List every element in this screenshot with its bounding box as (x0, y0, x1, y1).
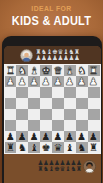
white-pawn: ♟ (30, 77, 39, 87)
square-a4[interactable] (88, 98, 100, 109)
chess-board[interactable]: ♜♞♝♚♛♝♞♜♟♟♟♟♟♟♟♟♟♟♟♟♟♟♟♟♜♞♝♚♛♝♞♜ (4, 64, 101, 154)
square-f8[interactable]: ♝ (28, 142, 40, 153)
opponent-bar: ♜♞♝♚♛♝♞♜♟♟♟♟♟♟♟♟ (4, 46, 101, 64)
square-g7[interactable]: ♟ (16, 131, 28, 142)
white-bishop: ♝ (65, 66, 74, 76)
square-c7[interactable]: ♟ (64, 131, 76, 142)
square-h6[interactable] (5, 120, 17, 131)
black-pawn: ♟ (6, 132, 15, 142)
square-e2[interactable]: ♟ (40, 76, 52, 87)
player-bar: ♟♟♟♟♟♟♟♟♜♞♝♚♛♝♞♜ (4, 154, 101, 183)
square-e8[interactable]: ♚ (40, 142, 52, 153)
square-f6[interactable] (28, 120, 40, 131)
square-c6[interactable] (64, 120, 76, 131)
square-f3[interactable] (28, 87, 40, 98)
white-tray-pawn-icon: ♟ (74, 55, 80, 61)
white-queen: ♛ (53, 66, 62, 76)
square-e5[interactable] (40, 109, 52, 120)
square-g3[interactable] (16, 87, 28, 98)
black-queen: ♛ (53, 143, 62, 153)
square-d8[interactable]: ♛ (52, 142, 64, 153)
square-b6[interactable] (76, 120, 88, 131)
square-h7[interactable]: ♟ (5, 131, 17, 142)
white-bishop: ♝ (30, 66, 39, 76)
square-f7[interactable]: ♟ (28, 131, 40, 142)
square-h2[interactable]: ♟ (5, 76, 17, 87)
square-a8[interactable]: ♜ (88, 142, 100, 153)
square-a3[interactable] (88, 87, 100, 98)
square-h4[interactable] (5, 98, 17, 109)
black-knight: ♞ (18, 143, 27, 153)
white-knight: ♞ (77, 66, 86, 76)
square-d2[interactable]: ♟ (52, 76, 64, 87)
black-rook: ♜ (89, 143, 98, 153)
white-piece-tray: ♜♞♝♚♛♝♞♜♟♟♟♟♟♟♟♟ (36, 49, 80, 61)
white-pawn: ♟ (89, 77, 98, 87)
square-g5[interactable] (16, 109, 28, 120)
square-c4[interactable] (64, 98, 76, 109)
square-f5[interactable] (28, 109, 40, 120)
square-e7[interactable]: ♟ (40, 131, 52, 142)
square-b7[interactable]: ♟ (76, 131, 88, 142)
square-e3[interactable] (40, 87, 52, 98)
square-a6[interactable] (88, 120, 100, 131)
square-g2[interactable]: ♟ (16, 76, 28, 87)
white-knight: ♞ (18, 66, 27, 76)
tagline-line1: IDEAL FOR (8, 4, 96, 13)
app-store-ad: IDEAL FOR KIDS & ADULT ♜♞♝♚♛♝♞♜♟♟♟♟♟♟♟♟ … (0, 0, 103, 183)
black-tray-rook-icon: ♜ (76, 166, 82, 172)
black-pawn: ♟ (42, 132, 51, 142)
white-pawn: ♟ (65, 77, 74, 87)
square-d7[interactable]: ♟ (52, 131, 64, 142)
headline: IDEAL FOR KIDS & ADULT (0, 4, 103, 28)
square-h3[interactable] (5, 87, 17, 98)
black-king: ♚ (42, 143, 51, 153)
square-g4[interactable] (16, 98, 28, 109)
square-a2[interactable]: ♟ (88, 76, 100, 87)
white-pawn: ♟ (77, 77, 86, 87)
black-rook: ♜ (6, 143, 15, 153)
square-g1[interactable]: ♞ (16, 65, 28, 76)
square-b5[interactable] (76, 109, 88, 120)
square-a5[interactable] (88, 109, 100, 120)
white-king: ♚ (42, 66, 51, 76)
square-b3[interactable] (76, 87, 88, 98)
black-piece-tray: ♟♟♟♟♟♟♟♟♜♞♝♚♛♝♞♜ (38, 160, 82, 172)
square-d6[interactable] (52, 120, 64, 131)
player-avatar[interactable] (83, 160, 96, 173)
square-h1[interactable]: ♜ (5, 65, 17, 76)
square-e1[interactable]: ♚ (40, 65, 52, 76)
square-e6[interactable] (40, 120, 52, 131)
white-pawn: ♟ (18, 77, 27, 87)
square-b2[interactable]: ♟ (76, 76, 88, 87)
black-pawn: ♟ (77, 132, 86, 142)
square-d4[interactable] (52, 98, 64, 109)
square-g8[interactable]: ♞ (16, 142, 28, 153)
square-e4[interactable] (40, 98, 52, 109)
square-c1[interactable]: ♝ (64, 65, 76, 76)
man-avatar-icon (83, 160, 96, 173)
square-c3[interactable] (64, 87, 76, 98)
elderly-man-avatar-icon (20, 49, 33, 62)
black-bishop: ♝ (30, 143, 39, 153)
square-b1[interactable]: ♞ (76, 65, 88, 76)
white-rook: ♜ (6, 66, 15, 76)
white-rook: ♜ (89, 66, 98, 76)
black-bishop: ♝ (65, 143, 74, 153)
square-a1[interactable]: ♜ (88, 65, 100, 76)
square-f2[interactable]: ♟ (28, 76, 40, 87)
white-pawn: ♟ (53, 77, 62, 87)
black-pawn: ♟ (53, 132, 62, 142)
opponent-avatar[interactable] (20, 49, 33, 62)
square-c5[interactable] (64, 109, 76, 120)
square-d1[interactable]: ♛ (52, 65, 64, 76)
black-knight: ♞ (77, 143, 86, 153)
square-g6[interactable] (16, 120, 28, 131)
white-pawn: ♟ (42, 77, 51, 87)
tagline-line2: KIDS & ADULT (6, 14, 97, 28)
chess-app-screen: ♜♞♝♚♛♝♞♜♟♟♟♟♟♟♟♟ ♜♞♝♚♛♝♞♜♟♟♟♟♟♟♟♟♟♟♟♟♟♟♟… (4, 46, 101, 183)
square-a7[interactable]: ♟ (88, 131, 100, 142)
black-pawn: ♟ (65, 132, 74, 142)
square-c8[interactable]: ♝ (64, 142, 76, 153)
square-d3[interactable] (52, 87, 64, 98)
square-b4[interactable] (76, 98, 88, 109)
white-pawn: ♟ (6, 77, 15, 87)
black-pawn: ♟ (18, 132, 27, 142)
square-f1[interactable]: ♝ (28, 65, 40, 76)
square-h5[interactable] (5, 109, 17, 120)
square-c2[interactable]: ♟ (64, 76, 76, 87)
square-f4[interactable] (28, 98, 40, 109)
black-pawn: ♟ (89, 132, 98, 142)
square-h8[interactable]: ♜ (5, 142, 17, 153)
black-pawn: ♟ (30, 132, 39, 142)
square-d5[interactable] (52, 109, 64, 120)
square-b8[interactable]: ♞ (76, 142, 88, 153)
phone-mockup: ♜♞♝♚♛♝♞♜♟♟♟♟♟♟♟♟ ♜♞♝♚♛♝♞♜♟♟♟♟♟♟♟♟♟♟♟♟♟♟♟… (2, 36, 102, 183)
